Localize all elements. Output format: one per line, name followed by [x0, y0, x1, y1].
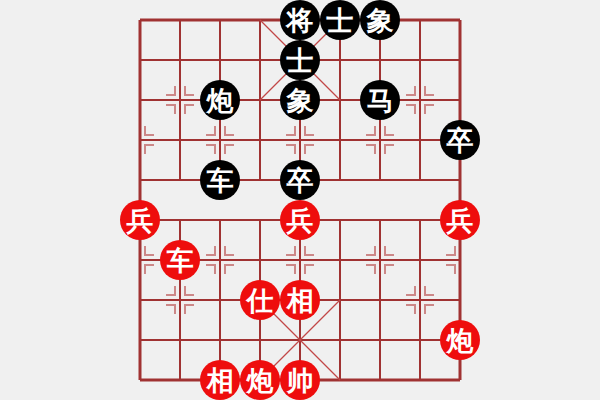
piece-glyph: 象: [287, 87, 314, 114]
piece-帅-red[interactable]: 帅: [280, 360, 320, 400]
piece-glyph: 帅: [287, 367, 314, 394]
piece-兵-red[interactable]: 兵: [280, 200, 320, 240]
piece-象-black[interactable]: 象: [280, 80, 320, 120]
piece-仕-red[interactable]: 仕: [240, 280, 280, 320]
piece-炮-red[interactable]: 炮: [240, 360, 280, 400]
xiangqi-board: 将士象士炮象马卒车卒兵兵兵车仕相炮相炮帅: [120, 0, 480, 400]
piece-炮-red[interactable]: 炮: [440, 320, 480, 360]
piece-车-black[interactable]: 车: [200, 160, 240, 200]
piece-glyph: 将: [287, 7, 314, 34]
piece-glyph: 兵: [447, 207, 474, 234]
piece-glyph: 炮: [447, 327, 474, 354]
piece-glyph: 车: [207, 167, 234, 194]
piece-glyph: 相: [287, 287, 314, 314]
piece-glyph: 炮: [207, 87, 234, 114]
piece-glyph: 车: [167, 247, 194, 274]
piece-兵-red[interactable]: 兵: [120, 200, 160, 240]
piece-glyph: 象: [367, 7, 394, 34]
piece-glyph: 炮: [247, 367, 274, 394]
piece-glyph: 仕: [247, 287, 274, 314]
piece-glyph: 兵: [127, 207, 154, 234]
piece-glyph: 相: [207, 367, 234, 394]
piece-士-black[interactable]: 士: [280, 40, 320, 80]
piece-兵-red[interactable]: 兵: [440, 200, 480, 240]
piece-马-black[interactable]: 马: [360, 80, 400, 120]
piece-glyph: 卒: [447, 127, 474, 154]
piece-车-red[interactable]: 车: [160, 240, 200, 280]
piece-相-red[interactable]: 相: [200, 360, 240, 400]
piece-象-black[interactable]: 象: [360, 0, 400, 40]
piece-glyph: 士: [287, 47, 314, 74]
piece-glyph: 士: [327, 7, 354, 34]
xiangqi-app: 将士象士炮象马卒车卒兵兵兵车仕相炮相炮帅: [0, 0, 600, 400]
piece-glyph: 马: [367, 87, 394, 114]
piece-卒-black[interactable]: 卒: [440, 120, 480, 160]
piece-将-black[interactable]: 将: [280, 0, 320, 40]
piece-相-red[interactable]: 相: [280, 280, 320, 320]
piece-卒-black[interactable]: 卒: [280, 160, 320, 200]
piece-glyph: 卒: [287, 167, 314, 194]
piece-glyph: 兵: [287, 207, 314, 234]
piece-炮-black[interactable]: 炮: [200, 80, 240, 120]
piece-士-black[interactable]: 士: [320, 0, 360, 40]
